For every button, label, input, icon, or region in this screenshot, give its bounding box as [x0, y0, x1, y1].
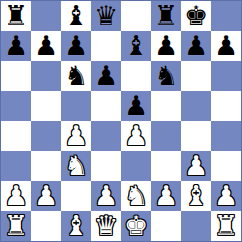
piece-black-bishop[interactable]: ♝ — [64, 1, 88, 31]
square-h1[interactable]: ♜ — [211, 211, 241, 241]
chess-board: ♜♝♛♜♚♟♟♟♝♟♟♟♞♟♞♟♟♟♞♟♟♟♟♞♟♝♟♜♝♛♚♜ — [0, 0, 242, 242]
piece-white-rook[interactable]: ♜ — [4, 211, 28, 241]
square-h6[interactable] — [211, 61, 241, 91]
square-d4[interactable] — [91, 121, 121, 151]
piece-white-knight[interactable]: ♞ — [124, 181, 148, 211]
piece-white-pawn[interactable]: ♟ — [94, 181, 118, 211]
square-a1[interactable]: ♜ — [1, 211, 31, 241]
piece-white-pawn[interactable]: ♟ — [4, 181, 28, 211]
piece-black-rook[interactable]: ♜ — [154, 1, 178, 31]
square-d6[interactable]: ♟ — [91, 61, 121, 91]
square-c1[interactable]: ♝ — [61, 211, 91, 241]
square-e5[interactable]: ♟ — [121, 91, 151, 121]
square-d7[interactable] — [91, 31, 121, 61]
piece-black-pawn[interactable]: ♟ — [124, 91, 148, 121]
square-a8[interactable]: ♜ — [1, 1, 31, 31]
chess-board-container: ♜♝♛♜♚♟♟♟♝♟♟♟♞♟♞♟♟♟♞♟♟♟♟♞♟♝♟♜♝♛♚♜ — [0, 0, 242, 242]
square-e1[interactable]: ♚ — [121, 211, 151, 241]
square-h2[interactable]: ♟ — [211, 181, 241, 211]
square-e3[interactable] — [121, 151, 151, 181]
piece-white-bishop[interactable]: ♝ — [184, 181, 208, 211]
piece-white-queen[interactable]: ♛ — [94, 211, 118, 241]
piece-black-queen[interactable]: ♛ — [94, 1, 118, 31]
square-a4[interactable] — [1, 121, 31, 151]
square-f6[interactable]: ♞ — [151, 61, 181, 91]
square-d2[interactable]: ♟ — [91, 181, 121, 211]
square-e6[interactable] — [121, 61, 151, 91]
square-g1[interactable] — [181, 211, 211, 241]
piece-black-pawn[interactable]: ♟ — [4, 31, 28, 61]
piece-black-king[interactable]: ♚ — [184, 1, 208, 31]
piece-black-rook[interactable]: ♜ — [4, 1, 28, 31]
piece-black-pawn[interactable]: ♟ — [34, 31, 58, 61]
square-g6[interactable] — [181, 61, 211, 91]
square-b3[interactable] — [31, 151, 61, 181]
square-d3[interactable] — [91, 151, 121, 181]
square-h7[interactable]: ♟ — [211, 31, 241, 61]
square-g5[interactable] — [181, 91, 211, 121]
square-c3[interactable]: ♞ — [61, 151, 91, 181]
piece-white-pawn[interactable]: ♟ — [124, 121, 148, 151]
square-b5[interactable] — [31, 91, 61, 121]
piece-black-pawn[interactable]: ♟ — [214, 31, 238, 61]
square-e8[interactable] — [121, 1, 151, 31]
square-a6[interactable] — [1, 61, 31, 91]
piece-black-pawn[interactable]: ♟ — [94, 61, 118, 91]
square-c2[interactable] — [61, 181, 91, 211]
square-c7[interactable]: ♟ — [61, 31, 91, 61]
piece-white-bishop[interactable]: ♝ — [64, 211, 88, 241]
square-f5[interactable] — [151, 91, 181, 121]
square-c8[interactable]: ♝ — [61, 1, 91, 31]
piece-white-knight[interactable]: ♞ — [64, 151, 88, 181]
square-f4[interactable] — [151, 121, 181, 151]
square-f7[interactable]: ♟ — [151, 31, 181, 61]
piece-black-pawn[interactable]: ♟ — [154, 31, 178, 61]
piece-white-pawn[interactable]: ♟ — [214, 181, 238, 211]
square-c5[interactable] — [61, 91, 91, 121]
square-a3[interactable] — [1, 151, 31, 181]
piece-white-pawn[interactable]: ♟ — [184, 151, 208, 181]
piece-black-knight[interactable]: ♞ — [64, 61, 88, 91]
square-b4[interactable] — [31, 121, 61, 151]
square-g7[interactable]: ♟ — [181, 31, 211, 61]
piece-black-pawn[interactable]: ♟ — [64, 31, 88, 61]
square-e4[interactable]: ♟ — [121, 121, 151, 151]
square-b8[interactable] — [31, 1, 61, 31]
square-f1[interactable] — [151, 211, 181, 241]
square-b7[interactable]: ♟ — [31, 31, 61, 61]
piece-white-pawn[interactable]: ♟ — [34, 181, 58, 211]
square-a2[interactable]: ♟ — [1, 181, 31, 211]
piece-black-knight[interactable]: ♞ — [154, 61, 178, 91]
square-d1[interactable]: ♛ — [91, 211, 121, 241]
square-a7[interactable]: ♟ — [1, 31, 31, 61]
piece-white-king[interactable]: ♚ — [124, 211, 148, 241]
square-h3[interactable] — [211, 151, 241, 181]
piece-black-bishop[interactable]: ♝ — [124, 31, 148, 61]
square-b2[interactable]: ♟ — [31, 181, 61, 211]
square-d8[interactable]: ♛ — [91, 1, 121, 31]
square-g8[interactable]: ♚ — [181, 1, 211, 31]
square-f2[interactable]: ♟ — [151, 181, 181, 211]
square-e2[interactable]: ♞ — [121, 181, 151, 211]
piece-white-rook[interactable]: ♜ — [214, 211, 238, 241]
square-c4[interactable]: ♟ — [61, 121, 91, 151]
square-f3[interactable] — [151, 151, 181, 181]
square-d5[interactable] — [91, 91, 121, 121]
square-g2[interactable]: ♝ — [181, 181, 211, 211]
square-g3[interactable]: ♟ — [181, 151, 211, 181]
square-b1[interactable] — [31, 211, 61, 241]
square-e7[interactable]: ♝ — [121, 31, 151, 61]
square-h8[interactable] — [211, 1, 241, 31]
square-c6[interactable]: ♞ — [61, 61, 91, 91]
square-b6[interactable] — [31, 61, 61, 91]
square-f8[interactable]: ♜ — [151, 1, 181, 31]
piece-white-pawn[interactable]: ♟ — [64, 121, 88, 151]
square-g4[interactable] — [181, 121, 211, 151]
piece-black-pawn[interactable]: ♟ — [184, 31, 208, 61]
square-h4[interactable] — [211, 121, 241, 151]
square-h5[interactable] — [211, 91, 241, 121]
piece-white-pawn[interactable]: ♟ — [154, 181, 178, 211]
square-a5[interactable] — [1, 91, 31, 121]
